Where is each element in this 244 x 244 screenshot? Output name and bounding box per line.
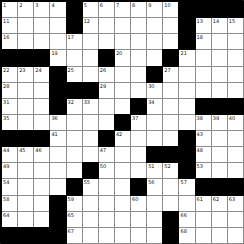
black-cell-r11c6 <box>83 163 98 178</box>
cell-r3c2[interactable] <box>18 34 33 49</box>
clue-number-39: 39 <box>213 115 219 121</box>
cell-r13c12[interactable] <box>179 196 194 211</box>
cell-r8c4[interactable]: 36 <box>50 115 65 130</box>
cell-r3c14[interactable] <box>212 34 227 49</box>
cell-r6c1[interactable]: 28 <box>2 83 17 98</box>
black-cell-r1c15 <box>228 2 243 17</box>
black-cell-r14c4 <box>50 212 65 227</box>
black-cell-r15c3 <box>34 228 49 243</box>
cell-r2c3[interactable] <box>34 18 49 33</box>
cell-r4c4[interactable]: 19 <box>50 50 65 65</box>
clue-number-51: 51 <box>148 163 154 169</box>
clue-number-53: 53 <box>197 163 203 169</box>
clue-number-24: 24 <box>35 67 41 73</box>
clue-number-68: 68 <box>180 228 186 234</box>
cell-r12c11[interactable] <box>163 179 178 194</box>
cell-r13c10[interactable] <box>147 196 162 211</box>
clue-number-13: 13 <box>197 18 203 24</box>
cell-r10c1[interactable]: 44 <box>2 147 17 162</box>
cell-r7c11[interactable] <box>163 99 178 114</box>
cell-r15c13[interactable] <box>196 228 211 243</box>
cell-r11c3[interactable] <box>34 163 49 178</box>
cell-r10c9[interactable] <box>131 147 146 162</box>
clue-number-11: 11 <box>3 18 9 24</box>
cell-r15c15[interactable] <box>228 228 243 243</box>
clue-number-25: 25 <box>68 67 74 73</box>
cell-r9c6[interactable] <box>83 131 98 146</box>
clue-number-3: 3 <box>35 2 38 8</box>
cell-r14c5[interactable]: 65 <box>67 212 82 227</box>
cell-r3c1[interactable]: 16 <box>2 34 17 49</box>
clue-number-1: 1 <box>3 2 6 8</box>
clue-number-31: 31 <box>3 99 9 105</box>
clue-number-46: 46 <box>35 147 41 153</box>
black-cell-r7c4 <box>50 99 65 114</box>
cell-r8c9[interactable]: 37 <box>131 115 146 130</box>
clue-number-49: 49 <box>3 163 9 169</box>
cell-r4c8[interactable]: 20 <box>115 50 130 65</box>
cell-r8c10[interactable] <box>147 115 162 130</box>
black-cell-r1c5 <box>67 2 82 17</box>
cell-r8c2[interactable] <box>18 115 33 130</box>
cell-r3c5[interactable]: 17 <box>67 34 82 49</box>
clue-number-27: 27 <box>164 67 170 73</box>
clue-number-48: 48 <box>197 147 203 153</box>
black-cell-r12c14 <box>212 179 227 194</box>
cell-r4c9[interactable] <box>131 50 146 65</box>
black-cell-r7c13 <box>196 99 211 114</box>
black-cell-r8c8 <box>115 115 130 130</box>
cell-r15c14[interactable] <box>212 228 227 243</box>
cell-r5c11[interactable]: 27 <box>163 67 178 82</box>
cell-r3c6[interactable] <box>83 34 98 49</box>
cell-r9c8[interactable]: 42 <box>115 131 130 146</box>
cell-r1c8[interactable]: 7 <box>115 2 130 17</box>
black-cell-r15c2 <box>18 228 33 243</box>
cell-r15c8[interactable] <box>115 228 130 243</box>
cell-r7c12[interactable] <box>179 99 194 114</box>
clue-number-52: 52 <box>164 163 170 169</box>
cell-r3c10[interactable] <box>147 34 162 49</box>
cell-r5c7[interactable]: 26 <box>99 67 114 82</box>
cell-r14c6[interactable] <box>83 212 98 227</box>
clue-number-7: 7 <box>116 2 119 8</box>
black-cell-r2c5 <box>67 18 82 33</box>
black-cell-r5c10 <box>147 67 162 82</box>
black-cell-r9c1 <box>2 131 17 146</box>
cell-r13c13[interactable]: 61 <box>196 196 211 211</box>
cell-r1c7[interactable]: 6 <box>99 2 114 17</box>
cell-r9c15[interactable] <box>228 131 243 146</box>
clue-number-34: 34 <box>148 99 154 105</box>
black-cell-r15c11 <box>163 228 178 243</box>
clue-number-29: 29 <box>100 83 106 89</box>
cell-r6c10[interactable]: 30 <box>147 83 162 98</box>
clue-number-33: 33 <box>84 99 90 105</box>
black-cell-r4c3 <box>34 50 49 65</box>
cell-r5c12[interactable] <box>179 67 194 82</box>
clue-number-28: 28 <box>3 83 9 89</box>
cell-r13c1[interactable]: 58 <box>2 196 17 211</box>
cell-r11c2[interactable] <box>18 163 33 178</box>
clue-number-60: 60 <box>132 196 138 202</box>
cell-r5c14[interactable] <box>212 67 227 82</box>
clue-number-19: 19 <box>51 50 57 56</box>
cell-r7c1[interactable]: 31 <box>2 99 17 114</box>
clue-number-38: 38 <box>197 115 203 121</box>
clue-number-66: 66 <box>180 212 186 218</box>
cell-r11c4[interactable] <box>50 163 65 178</box>
cell-r13c2[interactable] <box>18 196 33 211</box>
cell-r2c4[interactable] <box>50 18 65 33</box>
cell-r5c15[interactable] <box>228 67 243 82</box>
cell-r8c7[interactable] <box>99 115 114 130</box>
cell-r11c5[interactable] <box>67 163 82 178</box>
clue-number-54: 54 <box>3 179 9 185</box>
cell-r9c11[interactable] <box>163 131 178 146</box>
cell-r4c5[interactable] <box>67 50 82 65</box>
cell-r14c12[interactable]: 66 <box>179 212 194 227</box>
black-cell-r11c12 <box>179 163 194 178</box>
cell-r8c15[interactable]: 40 <box>228 115 243 130</box>
cell-r5c1[interactable]: 22 <box>2 67 17 82</box>
cell-r2c7[interactable] <box>99 18 114 33</box>
clue-number-56: 56 <box>148 179 154 185</box>
clue-number-67: 67 <box>68 228 74 234</box>
cell-r2c1[interactable]: 11 <box>2 18 17 33</box>
cell-r14c15[interactable] <box>228 212 243 227</box>
clue-number-6: 6 <box>100 2 103 8</box>
cell-r3c13[interactable]: 18 <box>196 34 211 49</box>
cell-r1c9[interactable]: 8 <box>131 2 146 17</box>
black-cell-r10c11 <box>163 147 178 162</box>
black-cell-r10c12 <box>179 147 194 162</box>
clue-number-64: 64 <box>3 212 9 218</box>
cell-r8c6[interactable] <box>83 115 98 130</box>
cell-r8c13[interactable]: 38 <box>196 115 211 130</box>
clue-number-9: 9 <box>148 2 151 8</box>
cell-r5c2[interactable]: 23 <box>18 67 33 82</box>
cell-r2c15[interactable]: 15 <box>228 18 243 33</box>
crossword-board: 1234567891011121314151617181920212223242… <box>0 0 244 244</box>
clue-number-61: 61 <box>197 196 203 202</box>
cell-r7c5[interactable]: 32 <box>67 99 82 114</box>
cell-r10c2[interactable]: 45 <box>18 147 33 162</box>
cell-r4c13[interactable] <box>196 50 211 65</box>
clue-number-41: 41 <box>51 131 57 137</box>
black-cell-r13c4 <box>50 196 65 211</box>
cell-r11c7[interactable]: 50 <box>99 163 114 178</box>
cell-r6c3[interactable] <box>34 83 49 98</box>
cell-r13c3[interactable] <box>34 196 49 211</box>
cell-r6c9[interactable] <box>131 83 146 98</box>
cell-r12c1[interactable]: 54 <box>2 179 17 194</box>
cell-r4c12[interactable]: 21 <box>179 50 194 65</box>
cell-r12c6[interactable]: 55 <box>83 179 98 194</box>
black-cell-r1c13 <box>196 2 211 17</box>
black-cell-r3c12 <box>179 34 194 49</box>
clue-number-43: 43 <box>197 131 203 137</box>
black-cell-r9c12 <box>179 131 194 146</box>
cell-r1c2[interactable]: 2 <box>18 2 33 17</box>
cell-r6c2[interactable] <box>18 83 33 98</box>
cell-r15c7[interactable] <box>99 228 114 243</box>
cell-r1c11[interactable]: 10 <box>163 2 178 17</box>
cell-r15c12[interactable]: 68 <box>179 228 194 243</box>
cell-r6c14[interactable] <box>212 83 227 98</box>
cell-r8c1[interactable]: 35 <box>2 115 17 130</box>
cell-r7c3[interactable] <box>34 99 49 114</box>
cell-r7c7[interactable] <box>99 99 114 114</box>
cell-r3c11[interactable] <box>163 34 178 49</box>
cell-r7c2[interactable] <box>18 99 33 114</box>
cell-r2c6[interactable]: 12 <box>83 18 98 33</box>
clue-number-18: 18 <box>197 34 203 40</box>
clue-number-21: 21 <box>180 50 186 56</box>
cell-r6c15[interactable] <box>228 83 243 98</box>
clue-number-47: 47 <box>100 147 106 153</box>
cell-r5c6[interactable] <box>83 67 98 82</box>
cell-r3c7[interactable] <box>99 34 114 49</box>
clue-number-63: 63 <box>229 196 235 202</box>
cell-r2c2[interactable] <box>18 18 33 33</box>
cell-r12c4[interactable] <box>50 179 65 194</box>
cell-r1c1[interactable]: 1 <box>2 2 17 17</box>
cell-r8c3[interactable] <box>34 115 49 130</box>
clue-number-2: 2 <box>19 2 22 8</box>
cell-r11c14[interactable] <box>212 163 227 178</box>
cell-r13c6[interactable] <box>83 196 98 211</box>
clue-number-5: 5 <box>84 2 87 8</box>
cell-r13c5[interactable]: 59 <box>67 196 82 211</box>
cell-r7c10[interactable]: 34 <box>147 99 162 114</box>
black-cell-r15c4 <box>50 228 65 243</box>
cell-r1c6[interactable]: 5 <box>83 2 98 17</box>
black-cell-r12c13 <box>196 179 211 194</box>
cell-r6c8[interactable] <box>115 83 130 98</box>
black-cell-r2c12 <box>179 18 194 33</box>
cell-r14c13[interactable] <box>196 212 211 227</box>
cell-r9c10[interactable] <box>147 131 162 146</box>
black-cell-r12c5 <box>67 179 82 194</box>
cell-r1c10[interactable]: 9 <box>147 2 162 17</box>
clue-number-55: 55 <box>84 179 90 185</box>
black-cell-r1c12 <box>179 2 194 17</box>
cell-r2c10[interactable] <box>147 18 162 33</box>
clue-number-32: 32 <box>68 99 74 105</box>
black-cell-r9c2 <box>18 131 33 146</box>
cell-r9c13[interactable]: 43 <box>196 131 211 146</box>
cell-r15c6[interactable] <box>83 228 98 243</box>
cell-r12c2[interactable] <box>18 179 33 194</box>
cell-r11c10[interactable]: 51 <box>147 163 162 178</box>
clue-number-36: 36 <box>51 115 57 121</box>
clue-number-44: 44 <box>3 147 9 153</box>
clue-number-26: 26 <box>100 67 106 73</box>
black-cell-r6c5 <box>67 83 82 98</box>
clue-number-20: 20 <box>116 50 122 56</box>
cell-r14c8[interactable] <box>115 212 130 227</box>
cell-r3c9[interactable] <box>131 34 146 49</box>
cell-r6c7[interactable]: 29 <box>99 83 114 98</box>
cell-r6c13[interactable] <box>196 83 211 98</box>
clue-number-59: 59 <box>68 196 74 202</box>
black-cell-r4c7 <box>99 50 114 65</box>
clue-number-22: 22 <box>3 67 9 73</box>
cell-r3c3[interactable] <box>34 34 49 49</box>
black-cell-r12c9 <box>131 179 146 194</box>
cell-r10c15[interactable] <box>228 147 243 162</box>
cell-r13c9[interactable]: 60 <box>131 196 146 211</box>
clue-number-23: 23 <box>19 67 25 73</box>
cell-r10c4[interactable] <box>50 147 65 162</box>
black-cell-r4c11 <box>163 50 178 65</box>
black-cell-r7c15 <box>228 99 243 114</box>
black-cell-r7c9 <box>131 99 146 114</box>
black-cell-r4c1 <box>2 50 17 65</box>
cell-r2c9[interactable] <box>131 18 146 33</box>
cell-r15c10[interactable] <box>147 228 162 243</box>
cell-r7c8[interactable] <box>115 99 130 114</box>
cell-r1c4[interactable]: 4 <box>50 2 65 17</box>
cell-r10c7[interactable]: 47 <box>99 147 114 162</box>
clue-number-35: 35 <box>3 115 9 121</box>
cell-r3c8[interactable] <box>115 34 130 49</box>
cell-r5c5[interactable]: 25 <box>67 67 82 82</box>
black-cell-r6c6 <box>83 83 98 98</box>
cell-r4c15[interactable] <box>228 50 243 65</box>
cell-r14c1[interactable]: 64 <box>2 212 17 227</box>
cell-r6c12[interactable] <box>179 83 194 98</box>
cell-r2c14[interactable]: 14 <box>212 18 227 33</box>
cell-r10c6[interactable] <box>83 147 98 162</box>
cell-r11c9[interactable] <box>131 163 146 178</box>
clue-number-17: 17 <box>68 34 74 40</box>
cell-r3c15[interactable] <box>228 34 243 49</box>
black-cell-r6c4 <box>50 83 65 98</box>
clue-number-10: 10 <box>164 2 170 8</box>
cell-r12c3[interactable] <box>34 179 49 194</box>
clue-number-57: 57 <box>180 179 186 185</box>
cell-r10c13[interactable]: 48 <box>196 147 211 162</box>
clue-number-8: 8 <box>132 2 135 8</box>
clue-number-42: 42 <box>116 131 122 137</box>
cell-r14c14[interactable] <box>212 212 227 227</box>
cell-r9c9[interactable] <box>131 131 146 146</box>
cell-r11c13[interactable]: 53 <box>196 163 211 178</box>
black-cell-r12c15 <box>228 179 243 194</box>
clue-number-45: 45 <box>19 147 25 153</box>
clue-number-37: 37 <box>132 115 138 121</box>
cell-r14c7[interactable] <box>99 212 114 227</box>
cell-r12c10[interactable]: 56 <box>147 179 162 194</box>
black-cell-r7c14 <box>212 99 227 114</box>
cell-r5c9[interactable] <box>131 67 146 82</box>
black-cell-r1c14 <box>212 2 227 17</box>
cell-r12c7[interactable] <box>99 179 114 194</box>
cell-r1c3[interactable]: 3 <box>34 2 49 17</box>
cell-r8c14[interactable]: 39 <box>212 115 227 130</box>
cell-r13c15[interactable]: 63 <box>228 196 243 211</box>
cell-r6c11[interactable] <box>163 83 178 98</box>
clue-number-40: 40 <box>229 115 235 121</box>
cell-r2c11[interactable] <box>163 18 178 33</box>
cell-r3c4[interactable] <box>50 34 65 49</box>
cell-r11c15[interactable] <box>228 163 243 178</box>
cell-r13c14[interactable]: 62 <box>212 196 227 211</box>
cell-r13c11[interactable] <box>163 196 178 211</box>
cell-r9c4[interactable]: 41 <box>50 131 65 146</box>
cell-r4c10[interactable] <box>147 50 162 65</box>
cell-r10c8[interactable] <box>115 147 130 162</box>
cell-r13c8[interactable] <box>115 196 130 211</box>
cell-r9c14[interactable] <box>212 131 227 146</box>
cell-r5c8[interactable] <box>115 67 130 82</box>
black-cell-r14c11 <box>163 212 178 227</box>
cell-r12c8[interactable] <box>115 179 130 194</box>
cell-r11c1[interactable]: 49 <box>2 163 17 178</box>
black-cell-r4c2 <box>18 50 33 65</box>
clue-number-65: 65 <box>68 212 74 218</box>
cell-r10c14[interactable] <box>212 147 227 162</box>
cell-r10c5[interactable] <box>67 147 82 162</box>
cell-r5c13[interactable] <box>196 67 211 82</box>
cell-r4c6[interactable] <box>83 50 98 65</box>
cell-r15c9[interactable] <box>131 228 146 243</box>
black-cell-r5c4 <box>50 67 65 82</box>
cell-r5c3[interactable]: 24 <box>34 67 49 82</box>
clue-number-14: 14 <box>213 18 219 24</box>
cell-r2c13[interactable]: 13 <box>196 18 211 33</box>
cell-r15c5[interactable]: 67 <box>67 228 82 243</box>
cell-r8c5[interactable] <box>67 115 82 130</box>
cell-r7c6[interactable]: 33 <box>83 99 98 114</box>
cell-r13c7[interactable] <box>99 196 114 211</box>
clue-number-4: 4 <box>51 2 54 8</box>
clue-number-50: 50 <box>100 163 106 169</box>
black-cell-r9c7 <box>99 131 114 146</box>
cell-r8c12[interactable] <box>179 115 194 130</box>
clue-number-62: 62 <box>213 196 219 202</box>
cell-r14c2[interactable] <box>18 212 33 227</box>
cell-r14c3[interactable] <box>34 212 49 227</box>
cell-r14c9[interactable] <box>131 212 146 227</box>
clue-number-16: 16 <box>3 34 9 40</box>
black-cell-r9c3 <box>34 131 49 146</box>
cell-r8c11[interactable] <box>163 115 178 130</box>
cell-r14c10[interactable] <box>147 212 162 227</box>
clue-number-30: 30 <box>148 83 154 89</box>
cell-r4c14[interactable] <box>212 50 227 65</box>
black-cell-r10c10 <box>147 147 162 162</box>
clue-number-15: 15 <box>229 18 235 24</box>
cell-r9c5[interactable] <box>67 131 82 146</box>
cell-r11c11[interactable]: 52 <box>163 163 178 178</box>
black-cell-r15c1 <box>2 228 17 243</box>
clue-number-58: 58 <box>3 196 9 202</box>
cell-r11c8[interactable] <box>115 163 130 178</box>
cell-r10c3[interactable]: 46 <box>34 147 49 162</box>
cell-r2c8[interactable] <box>115 18 130 33</box>
clue-number-12: 12 <box>84 18 90 24</box>
cell-r12c12[interactable]: 57 <box>179 179 194 194</box>
